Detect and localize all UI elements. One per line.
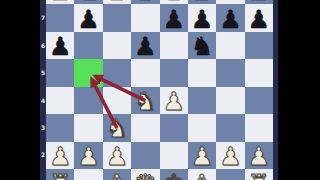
piece-white-pawn-e4: ♟ — [162, 89, 184, 114]
piece-white-knight-c3: ♞ — [106, 116, 128, 141]
square-h4[interactable] — [245, 87, 273, 114]
square-d5[interactable] — [131, 59, 159, 86]
square-h3[interactable] — [245, 114, 273, 141]
square-c7[interactable] — [103, 4, 131, 31]
square-a6[interactable]: ♟ — [46, 32, 74, 59]
piece-white-pawn-a2: ♟ — [49, 144, 71, 169]
square-f3[interactable] — [188, 114, 216, 141]
square-e2[interactable] — [160, 142, 188, 169]
square-f7[interactable]: ♟ — [188, 4, 216, 31]
square-b6[interactable] — [74, 32, 102, 59]
piece-white-pawn-c2: ♟ — [106, 144, 128, 169]
square-a1[interactable]: ♜ — [46, 169, 74, 180]
square-c4[interactable] — [103, 87, 131, 114]
piece-white-rook-a1: ♜ — [49, 171, 71, 180]
piece-black-knight-f6: ♞ — [191, 34, 213, 59]
piece-white-pawn-h2: ♟ — [248, 144, 270, 169]
square-f4[interactable] — [188, 87, 216, 114]
piece-white-pawn-g2: ♟ — [219, 144, 241, 169]
square-h7[interactable]: ♟ — [245, 4, 273, 31]
square-h5[interactable] — [245, 59, 273, 86]
square-g4[interactable] — [216, 87, 244, 114]
square-g7[interactable]: ♟ — [216, 4, 244, 31]
square-d7[interactable] — [131, 4, 159, 31]
piece-white-knight-d4: ♞ — [134, 89, 156, 114]
piece-black-pawn-d6: ♟ — [134, 34, 156, 59]
square-b5[interactable] — [74, 59, 102, 86]
square-b4[interactable] — [74, 87, 102, 114]
piece-white-queen-d1: ♛ — [134, 171, 156, 180]
square-b7[interactable]: ♟ — [74, 4, 102, 31]
square-c2[interactable]: ♟ — [103, 142, 131, 169]
square-f6[interactable]: ♞ — [188, 32, 216, 59]
piece-black-pawn-g7: ♟ — [219, 7, 241, 32]
piece-white-bishop-f1: ♝ — [191, 171, 213, 180]
square-c3[interactable]: ♞ — [103, 114, 131, 141]
square-b2[interactable]: ♟ — [74, 142, 102, 169]
square-g1[interactable] — [216, 169, 244, 180]
square-e7[interactable]: ♟ — [160, 4, 188, 31]
square-e6[interactable] — [160, 32, 188, 59]
square-c5[interactable] — [103, 59, 131, 86]
square-d6[interactable]: ♟ — [131, 32, 159, 59]
square-d3[interactable] — [131, 114, 159, 141]
square-f5[interactable] — [188, 59, 216, 86]
chess-board-frame: 87654321 ♜♞♝♛♚♝♜♟♟♟♟♟♟♟♞♞♟♞♟♟♟♟♟♟♜♝♛♚♝♜ — [40, 0, 278, 180]
piece-white-pawn-b2: ♟ — [77, 144, 99, 169]
piece-white-bishop-c1: ♝ — [106, 171, 128, 180]
square-a4[interactable] — [46, 87, 74, 114]
piece-white-pawn-f2: ♟ — [191, 144, 213, 169]
square-b1[interactable] — [74, 169, 102, 180]
piece-black-pawn-e7: ♟ — [162, 7, 184, 32]
square-h6[interactable] — [245, 32, 273, 59]
square-e1[interactable]: ♚ — [160, 169, 188, 180]
square-e3[interactable] — [160, 114, 188, 141]
piece-black-pawn-h7: ♟ — [248, 7, 270, 32]
piece-white-rook-h1: ♜ — [248, 171, 270, 180]
piece-black-pawn-f7: ♟ — [191, 7, 213, 32]
chess-board: ♜♞♝♛♚♝♜♟♟♟♟♟♟♟♞♞♟♞♟♟♟♟♟♟♜♝♛♚♝♜ — [46, 0, 273, 180]
piece-black-pawn-b7: ♟ — [77, 7, 99, 32]
square-h2[interactable]: ♟ — [245, 142, 273, 169]
board-grid: ♜♞♝♛♚♝♜♟♟♟♟♟♟♟♞♞♟♞♟♟♟♟♟♟♜♝♛♚♝♜ — [46, 0, 273, 180]
square-a3[interactable] — [46, 114, 74, 141]
square-c1[interactable]: ♝ — [103, 169, 131, 180]
square-a7[interactable] — [46, 4, 74, 31]
square-h1[interactable]: ♜ — [245, 169, 273, 180]
square-g3[interactable] — [216, 114, 244, 141]
square-f1[interactable]: ♝ — [188, 169, 216, 180]
square-d2[interactable] — [131, 142, 159, 169]
square-g2[interactable]: ♟ — [216, 142, 244, 169]
square-e5[interactable] — [160, 59, 188, 86]
square-d1[interactable]: ♛ — [131, 169, 159, 180]
square-a5[interactable] — [46, 59, 74, 86]
piece-white-king-e1: ♚ — [162, 171, 184, 180]
square-d4[interactable]: ♞ — [131, 87, 159, 114]
square-a2[interactable]: ♟ — [46, 142, 74, 169]
square-e4[interactable]: ♟ — [160, 87, 188, 114]
square-g5[interactable] — [216, 59, 244, 86]
square-c6[interactable] — [103, 32, 131, 59]
square-g6[interactable] — [216, 32, 244, 59]
square-f2[interactable]: ♟ — [188, 142, 216, 169]
piece-black-pawn-a6: ♟ — [49, 34, 71, 59]
square-b3[interactable] — [74, 114, 102, 141]
